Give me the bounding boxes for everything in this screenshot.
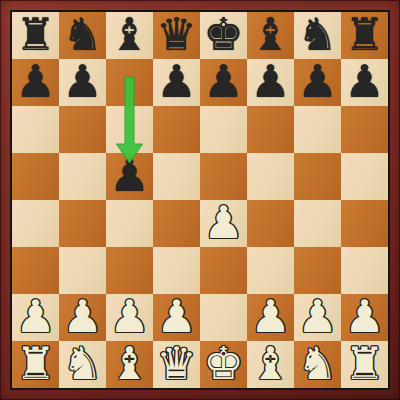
square-f4[interactable] bbox=[247, 200, 294, 247]
square-g4[interactable] bbox=[294, 200, 341, 247]
square-f8[interactable]: ♝ bbox=[247, 12, 294, 59]
square-a4[interactable] bbox=[12, 200, 59, 247]
square-f2[interactable]: ♟ bbox=[247, 294, 294, 341]
black-pawn: ♟ bbox=[15, 59, 55, 105]
square-b6[interactable] bbox=[59, 106, 106, 153]
square-f3[interactable] bbox=[247, 247, 294, 294]
black-queen: ♛ bbox=[156, 12, 196, 58]
square-d4[interactable] bbox=[153, 200, 200, 247]
square-g1[interactable]: ♞ bbox=[294, 341, 341, 388]
square-a8[interactable]: ♜ bbox=[12, 12, 59, 59]
chess-app: ♜♞♝♛♚♝♞♜♟♟♟♟♟♟♟♟♟♟♟♟♟♟♟♟♜♞♝♛♚♝♞♜ bbox=[0, 0, 400, 400]
square-f7[interactable]: ♟ bbox=[247, 59, 294, 106]
white-rook: ♜ bbox=[15, 341, 55, 387]
square-c8[interactable]: ♝ bbox=[106, 12, 153, 59]
square-c7[interactable] bbox=[106, 59, 153, 106]
square-b2[interactable]: ♟ bbox=[59, 294, 106, 341]
black-pawn: ♟ bbox=[62, 59, 102, 105]
square-d6[interactable] bbox=[153, 106, 200, 153]
white-pawn: ♟ bbox=[156, 294, 196, 340]
square-h1[interactable]: ♜ bbox=[341, 341, 388, 388]
square-d5[interactable] bbox=[153, 153, 200, 200]
square-b5[interactable] bbox=[59, 153, 106, 200]
black-knight: ♞ bbox=[297, 12, 337, 58]
square-h4[interactable] bbox=[341, 200, 388, 247]
white-pawn: ♟ bbox=[15, 294, 55, 340]
square-e5[interactable] bbox=[200, 153, 247, 200]
square-d7[interactable]: ♟ bbox=[153, 59, 200, 106]
square-c2[interactable]: ♟ bbox=[106, 294, 153, 341]
black-pawn: ♟ bbox=[156, 59, 196, 105]
square-a6[interactable] bbox=[12, 106, 59, 153]
black-bishop: ♝ bbox=[250, 12, 290, 58]
square-b3[interactable] bbox=[59, 247, 106, 294]
square-c1[interactable]: ♝ bbox=[106, 341, 153, 388]
square-b1[interactable]: ♞ bbox=[59, 341, 106, 388]
square-d8[interactable]: ♛ bbox=[153, 12, 200, 59]
black-pawn: ♟ bbox=[297, 59, 337, 105]
square-h3[interactable] bbox=[341, 247, 388, 294]
square-b8[interactable]: ♞ bbox=[59, 12, 106, 59]
white-bishop: ♝ bbox=[250, 341, 290, 387]
square-f5[interactable] bbox=[247, 153, 294, 200]
square-a7[interactable]: ♟ bbox=[12, 59, 59, 106]
white-pawn: ♟ bbox=[109, 294, 149, 340]
black-pawn: ♟ bbox=[344, 59, 384, 105]
square-d2[interactable]: ♟ bbox=[153, 294, 200, 341]
square-g7[interactable]: ♟ bbox=[294, 59, 341, 106]
white-pawn: ♟ bbox=[62, 294, 102, 340]
square-e7[interactable]: ♟ bbox=[200, 59, 247, 106]
square-c4[interactable] bbox=[106, 200, 153, 247]
white-bishop: ♝ bbox=[109, 341, 149, 387]
square-g8[interactable]: ♞ bbox=[294, 12, 341, 59]
square-e2[interactable] bbox=[200, 294, 247, 341]
square-e6[interactable] bbox=[200, 106, 247, 153]
black-pawn: ♟ bbox=[203, 59, 243, 105]
white-pawn: ♟ bbox=[250, 294, 290, 340]
square-e4[interactable]: ♟ bbox=[200, 200, 247, 247]
black-king: ♚ bbox=[203, 12, 243, 58]
square-g3[interactable] bbox=[294, 247, 341, 294]
square-f6[interactable] bbox=[247, 106, 294, 153]
square-d1[interactable]: ♛ bbox=[153, 341, 200, 388]
square-a3[interactable] bbox=[12, 247, 59, 294]
square-e3[interactable] bbox=[200, 247, 247, 294]
white-pawn: ♟ bbox=[344, 294, 384, 340]
square-b4[interactable] bbox=[59, 200, 106, 247]
white-pawn: ♟ bbox=[297, 294, 337, 340]
chess-board: ♜♞♝♛♚♝♞♜♟♟♟♟♟♟♟♟♟♟♟♟♟♟♟♟♜♞♝♛♚♝♞♜ bbox=[10, 10, 390, 390]
square-a1[interactable]: ♜ bbox=[12, 341, 59, 388]
square-h5[interactable] bbox=[341, 153, 388, 200]
square-g2[interactable]: ♟ bbox=[294, 294, 341, 341]
square-d3[interactable] bbox=[153, 247, 200, 294]
white-knight: ♞ bbox=[62, 341, 102, 387]
square-a2[interactable]: ♟ bbox=[12, 294, 59, 341]
white-queen: ♛ bbox=[156, 341, 196, 387]
black-rook: ♜ bbox=[15, 12, 55, 58]
white-knight: ♞ bbox=[297, 341, 337, 387]
square-h7[interactable]: ♟ bbox=[341, 59, 388, 106]
black-rook: ♜ bbox=[344, 12, 384, 58]
white-rook: ♜ bbox=[344, 341, 384, 387]
black-knight: ♞ bbox=[62, 12, 102, 58]
square-b7[interactable]: ♟ bbox=[59, 59, 106, 106]
square-e8[interactable]: ♚ bbox=[200, 12, 247, 59]
white-king: ♚ bbox=[203, 341, 243, 387]
square-c5[interactable]: ♟ bbox=[106, 153, 153, 200]
square-h6[interactable] bbox=[341, 106, 388, 153]
square-g5[interactable] bbox=[294, 153, 341, 200]
square-g6[interactable] bbox=[294, 106, 341, 153]
black-pawn: ♟ bbox=[109, 153, 149, 199]
square-f1[interactable]: ♝ bbox=[247, 341, 294, 388]
square-c6[interactable] bbox=[106, 106, 153, 153]
board-frame: ♜♞♝♛♚♝♞♜♟♟♟♟♟♟♟♟♟♟♟♟♟♟♟♟♜♞♝♛♚♝♞♜ bbox=[0, 0, 400, 400]
square-h2[interactable]: ♟ bbox=[341, 294, 388, 341]
square-c3[interactable] bbox=[106, 247, 153, 294]
square-e1[interactable]: ♚ bbox=[200, 341, 247, 388]
square-a5[interactable] bbox=[12, 153, 59, 200]
black-bishop: ♝ bbox=[109, 12, 149, 58]
black-pawn: ♟ bbox=[250, 59, 290, 105]
square-h8[interactable]: ♜ bbox=[341, 12, 388, 59]
white-pawn: ♟ bbox=[203, 200, 243, 246]
